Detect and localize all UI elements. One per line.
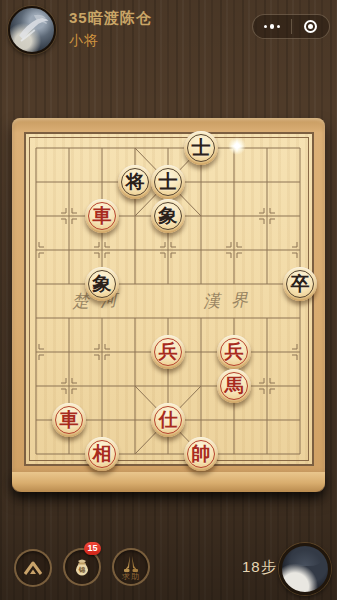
move-counter: 18步 xyxy=(242,558,277,577)
piece-character: 卒 xyxy=(291,274,310,293)
brocade-bag-icon: 锦 xyxy=(70,555,94,579)
piece-black-士[interactable]: 士 xyxy=(151,165,185,199)
close-button[interactable] xyxy=(292,15,330,38)
piece-character: 兵 xyxy=(225,342,244,361)
miniprogram-capsule xyxy=(252,14,330,39)
piece-black-象[interactable]: 象 xyxy=(85,267,119,301)
piece-character: 士 xyxy=(159,172,178,191)
help-label: 求助 xyxy=(114,571,148,582)
exit-target-icon xyxy=(304,20,317,33)
piece-red-車[interactable]: 車 xyxy=(52,403,86,437)
piece-red-兵[interactable]: 兵 xyxy=(151,335,185,369)
piece-character: 士 xyxy=(192,138,211,157)
piece-red-車[interactable]: 車 xyxy=(85,199,119,233)
piece-character: 馬 xyxy=(225,376,244,395)
chevron-up-icon xyxy=(23,561,43,576)
piece-red-仕[interactable]: 仕 xyxy=(151,403,185,437)
piece-character: 兵 xyxy=(159,342,178,361)
piece-black-士[interactable]: 士 xyxy=(184,131,218,165)
ask-help-button[interactable]: 求助 xyxy=(112,548,150,586)
piece-black-卒[interactable]: 卒 xyxy=(283,267,317,301)
app-screen: 35暗渡陈仓 小将 楚河 漢界 士将士車象象卒兵兵馬車仕相帥 锦 15 xyxy=(0,0,337,600)
svg-text:锦: 锦 xyxy=(78,566,86,573)
more-button[interactable] xyxy=(253,15,291,38)
piece-red-兵[interactable]: 兵 xyxy=(217,335,251,369)
piece-character: 相 xyxy=(93,444,112,463)
piece-character: 車 xyxy=(60,410,79,429)
piece-character: 象 xyxy=(159,206,178,225)
piece-red-帥[interactable]: 帥 xyxy=(184,437,218,471)
level-title: 35暗渡陈仓 xyxy=(69,9,152,28)
piece-character: 帥 xyxy=(192,444,211,463)
piece-character: 仕 xyxy=(159,410,178,429)
rank-label: 小将 xyxy=(69,32,99,50)
player-avatar[interactable] xyxy=(8,6,56,54)
collapse-button[interactable] xyxy=(14,549,52,587)
piece-character: 象 xyxy=(93,274,112,293)
piece-character: 将 xyxy=(126,172,145,191)
board-3d-edge xyxy=(12,472,325,492)
bag-count-badge: 15 xyxy=(84,542,101,555)
piece-black-将[interactable]: 将 xyxy=(118,165,152,199)
piece-black-象[interactable]: 象 xyxy=(151,199,185,233)
piece-red-相[interactable]: 相 xyxy=(85,437,119,471)
opponent-avatar[interactable] xyxy=(279,543,331,595)
avatar-artwork xyxy=(10,8,54,52)
piece-red-馬[interactable]: 馬 xyxy=(217,369,251,403)
more-icon xyxy=(264,24,281,29)
piece-character: 車 xyxy=(93,206,112,225)
